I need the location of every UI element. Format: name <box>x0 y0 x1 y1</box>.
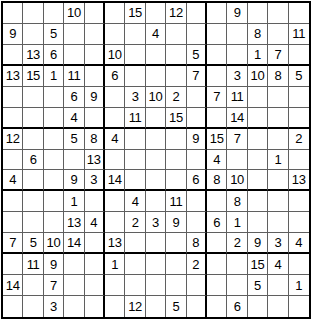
cell-r6c1[interactable] <box>3 108 23 129</box>
cell-r15c9[interactable]: 5 <box>166 296 186 317</box>
cell-r5c2[interactable] <box>23 87 43 108</box>
cell-r9c12[interactable]: 10 <box>227 170 247 191</box>
cell-r5c10[interactable] <box>187 87 207 108</box>
cell-r13c6[interactable]: 1 <box>105 254 125 275</box>
cell-r9c7[interactable] <box>125 170 145 191</box>
cell-r5c11[interactable]: 7 <box>207 87 227 108</box>
cell-r10c13[interactable] <box>248 191 268 212</box>
cell-r3c10[interactable]: 5 <box>187 45 207 66</box>
cell-r11c8[interactable]: 3 <box>146 212 166 233</box>
cell-r8c8[interactable] <box>146 150 166 171</box>
cell-r9c13[interactable] <box>248 170 268 191</box>
cell-r9c4[interactable]: 9 <box>64 170 84 191</box>
cell-r7c7[interactable] <box>125 129 145 150</box>
cell-r1c8[interactable] <box>146 3 166 24</box>
cell-r12c7[interactable] <box>125 233 145 254</box>
cell-r2c9[interactable] <box>166 24 186 45</box>
cell-r5c5[interactable]: 9 <box>85 87 105 108</box>
cell-r10c1[interactable] <box>3 191 23 212</box>
cell-r3c5[interactable] <box>85 45 105 66</box>
cell-r2c1[interactable]: 9 <box>3 24 23 45</box>
cell-r12c4[interactable]: 14 <box>64 233 84 254</box>
cell-r5c14[interactable] <box>268 87 288 108</box>
cell-r8c6[interactable] <box>105 150 125 171</box>
cell-r14c5[interactable] <box>85 275 105 296</box>
cell-r4c10[interactable]: 7 <box>187 66 207 87</box>
cell-r4c2[interactable]: 15 <box>23 66 43 87</box>
cell-r6c4[interactable]: 4 <box>64 108 84 129</box>
cell-r13c11[interactable] <box>207 254 227 275</box>
cell-r9c15[interactable]: 13 <box>289 170 309 191</box>
cell-r1c2[interactable] <box>23 3 43 24</box>
cell-r1c12[interactable]: 9 <box>227 3 247 24</box>
cell-r5c13[interactable] <box>248 87 268 108</box>
cell-r8c3[interactable] <box>44 150 64 171</box>
cell-r15c13[interactable] <box>248 296 268 317</box>
cell-r12c11[interactable] <box>207 233 227 254</box>
cell-r1c4[interactable]: 10 <box>64 3 84 24</box>
cell-r3c11[interactable] <box>207 45 227 66</box>
cell-r6c5[interactable] <box>85 108 105 129</box>
cell-r15c12[interactable]: 6 <box>227 296 247 317</box>
cell-r2c5[interactable] <box>85 24 105 45</box>
cell-r7c3[interactable] <box>44 129 64 150</box>
cell-r9c2[interactable] <box>23 170 43 191</box>
cell-r2c6[interactable] <box>105 24 125 45</box>
cell-r14c8[interactable] <box>146 275 166 296</box>
cell-r7c15[interactable]: 2 <box>289 129 309 150</box>
cell-r15c4[interactable] <box>64 296 84 317</box>
cell-r14c9[interactable] <box>166 275 186 296</box>
cell-r9c3[interactable] <box>44 170 64 191</box>
cell-r4c15[interactable]: 5 <box>289 66 309 87</box>
cell-r7c11[interactable]: 15 <box>207 129 227 150</box>
cell-r2c7[interactable] <box>125 24 145 45</box>
cell-r5c1[interactable] <box>3 87 23 108</box>
cell-r15c15[interactable] <box>289 296 309 317</box>
cell-r15c10[interactable] <box>187 296 207 317</box>
cell-r6c15[interactable] <box>289 108 309 129</box>
cell-r13c15[interactable] <box>289 254 309 275</box>
cell-r7c4[interactable]: 5 <box>64 129 84 150</box>
cell-r1c11[interactable] <box>207 3 227 24</box>
cell-r2c15[interactable]: 11 <box>289 24 309 45</box>
cell-r9c10[interactable]: 6 <box>187 170 207 191</box>
cell-r4c7[interactable] <box>125 66 145 87</box>
cell-r5c8[interactable]: 10 <box>146 87 166 108</box>
cell-r1c7[interactable]: 15 <box>125 3 145 24</box>
cell-r13c9[interactable] <box>166 254 186 275</box>
cell-r3c7[interactable] <box>125 45 145 66</box>
cell-r4c14[interactable]: 8 <box>268 66 288 87</box>
cell-r10c15[interactable] <box>289 191 309 212</box>
cell-r6c14[interactable] <box>268 108 288 129</box>
cell-r1c1[interactable] <box>3 3 23 24</box>
cell-r13c12[interactable] <box>227 254 247 275</box>
cell-r14c15[interactable]: 1 <box>289 275 309 296</box>
cell-r10c7[interactable]: 4 <box>125 191 145 212</box>
cell-r6c12[interactable]: 14 <box>227 108 247 129</box>
cell-r1c15[interactable] <box>289 3 309 24</box>
cell-r8c10[interactable] <box>187 150 207 171</box>
cell-r6c7[interactable]: 11 <box>125 108 145 129</box>
cell-r11c6[interactable] <box>105 212 125 233</box>
cell-r13c3[interactable]: 9 <box>44 254 64 275</box>
cell-r8c4[interactable] <box>64 150 84 171</box>
cell-r9c1[interactable]: 4 <box>3 170 23 191</box>
cell-r12c13[interactable]: 9 <box>248 233 268 254</box>
cell-r12c5[interactable] <box>85 233 105 254</box>
cell-r3c2[interactable]: 13 <box>23 45 43 66</box>
cell-r11c4[interactable]: 13 <box>64 212 84 233</box>
cell-r3c3[interactable]: 6 <box>44 45 64 66</box>
cell-r8c5[interactable]: 13 <box>85 150 105 171</box>
cell-r2c12[interactable] <box>227 24 247 45</box>
cell-r6c11[interactable] <box>207 108 227 129</box>
cell-r10c10[interactable] <box>187 191 207 212</box>
cell-r6c13[interactable] <box>248 108 268 129</box>
cell-r2c2[interactable] <box>23 24 43 45</box>
cell-r10c14[interactable] <box>268 191 288 212</box>
cell-r13c1[interactable] <box>3 254 23 275</box>
cell-r12c14[interactable]: 3 <box>268 233 288 254</box>
cell-r11c2[interactable] <box>23 212 43 233</box>
cell-r15c2[interactable] <box>23 296 43 317</box>
cell-r11c1[interactable] <box>3 212 23 233</box>
cell-r10c11[interactable] <box>207 191 227 212</box>
cell-r7c9[interactable] <box>166 129 186 150</box>
cell-r4c3[interactable]: 1 <box>44 66 64 87</box>
cell-r9c6[interactable]: 14 <box>105 170 125 191</box>
cell-r2c11[interactable] <box>207 24 227 45</box>
cell-r1c10[interactable] <box>187 3 207 24</box>
cell-r11c9[interactable]: 9 <box>166 212 186 233</box>
cell-r5c12[interactable]: 11 <box>227 87 247 108</box>
cell-r9c11[interactable]: 8 <box>207 170 227 191</box>
cell-r10c4[interactable]: 1 <box>64 191 84 212</box>
cell-r5c15[interactable] <box>289 87 309 108</box>
cell-r8c7[interactable] <box>125 150 145 171</box>
cell-r12c3[interactable]: 10 <box>44 233 64 254</box>
cell-r14c1[interactable]: 14 <box>3 275 23 296</box>
cell-r1c6[interactable] <box>105 3 125 24</box>
cell-r4c13[interactable]: 10 <box>248 66 268 87</box>
cell-r14c10[interactable] <box>187 275 207 296</box>
cell-r2c4[interactable] <box>64 24 84 45</box>
cell-r14c11[interactable] <box>207 275 227 296</box>
cell-r15c11[interactable] <box>207 296 227 317</box>
cell-r8c15[interactable] <box>289 150 309 171</box>
cell-r5c3[interactable] <box>44 87 64 108</box>
cell-r12c10[interactable]: 8 <box>187 233 207 254</box>
cell-r11c15[interactable] <box>289 212 309 233</box>
cell-r7c12[interactable]: 7 <box>227 129 247 150</box>
cell-r3c15[interactable] <box>289 45 309 66</box>
cell-r8c12[interactable] <box>227 150 247 171</box>
cell-r12c15[interactable]: 4 <box>289 233 309 254</box>
cell-r14c14[interactable] <box>268 275 288 296</box>
cell-r4c8[interactable] <box>146 66 166 87</box>
cell-r14c13[interactable]: 5 <box>248 275 268 296</box>
cell-r8c11[interactable]: 4 <box>207 150 227 171</box>
cell-r10c3[interactable] <box>44 191 64 212</box>
cell-r8c13[interactable] <box>248 150 268 171</box>
cell-r4c1[interactable]: 13 <box>3 66 23 87</box>
cell-r4c9[interactable] <box>166 66 186 87</box>
cell-r10c8[interactable] <box>146 191 166 212</box>
cell-r6c3[interactable] <box>44 108 64 129</box>
cell-r7c6[interactable]: 4 <box>105 129 125 150</box>
sudoku-board: 1015129954811136105171315111673108569310… <box>1 1 311 319</box>
cell-r1c13[interactable] <box>248 3 268 24</box>
cell-r12c9[interactable] <box>166 233 186 254</box>
cell-r12c6[interactable]: 13 <box>105 233 125 254</box>
cell-r11c13[interactable] <box>248 212 268 233</box>
cell-r6c6[interactable] <box>105 108 125 129</box>
cell-r2c3[interactable]: 5 <box>44 24 64 45</box>
cell-r10c2[interactable] <box>23 191 43 212</box>
cell-r5c4[interactable]: 6 <box>64 87 84 108</box>
cell-r9c8[interactable] <box>146 170 166 191</box>
cell-r3c8[interactable] <box>146 45 166 66</box>
cell-r1c3[interactable] <box>44 3 64 24</box>
cell-r5c6[interactable] <box>105 87 125 108</box>
cell-r15c1[interactable] <box>3 296 23 317</box>
cell-r13c7[interactable] <box>125 254 145 275</box>
cell-r11c7[interactable]: 2 <box>125 212 145 233</box>
cell-r7c2[interactable] <box>23 129 43 150</box>
cell-r11c3[interactable] <box>44 212 64 233</box>
cell-r12c8[interactable] <box>146 233 166 254</box>
cell-r11c5[interactable]: 4 <box>85 212 105 233</box>
cell-r11c14[interactable] <box>268 212 288 233</box>
cell-r12c12[interactable]: 2 <box>227 233 247 254</box>
cell-r10c12[interactable]: 8 <box>227 191 247 212</box>
cell-r8c14[interactable]: 1 <box>268 150 288 171</box>
cell-r15c14[interactable] <box>268 296 288 317</box>
cell-r7c13[interactable] <box>248 129 268 150</box>
cell-r11c12[interactable]: 1 <box>227 212 247 233</box>
cell-r8c1[interactable] <box>3 150 23 171</box>
cell-r2c14[interactable] <box>268 24 288 45</box>
cell-r14c6[interactable] <box>105 275 125 296</box>
cell-r6c10[interactable] <box>187 108 207 129</box>
cell-r15c3[interactable]: 3 <box>44 296 64 317</box>
cell-r13c13[interactable]: 15 <box>248 254 268 275</box>
cell-r1c9[interactable]: 12 <box>166 3 186 24</box>
cell-r12c1[interactable]: 7 <box>3 233 23 254</box>
cell-r9c14[interactable] <box>268 170 288 191</box>
cell-r11c11[interactable]: 6 <box>207 212 227 233</box>
cell-r14c12[interactable] <box>227 275 247 296</box>
cell-r11c10[interactable] <box>187 212 207 233</box>
cell-r1c14[interactable] <box>268 3 288 24</box>
cell-r14c7[interactable] <box>125 275 145 296</box>
cell-r9c9[interactable] <box>166 170 186 191</box>
cell-r13c10[interactable]: 2 <box>187 254 207 275</box>
cell-r6c9[interactable]: 15 <box>166 108 186 129</box>
cell-r7c8[interactable] <box>146 129 166 150</box>
cell-r10c5[interactable] <box>85 191 105 212</box>
cell-r14c4[interactable] <box>64 275 84 296</box>
cell-r5c9[interactable]: 2 <box>166 87 186 108</box>
cell-r15c5[interactable] <box>85 296 105 317</box>
cell-r9c5[interactable]: 3 <box>85 170 105 191</box>
cell-r3c6[interactable]: 10 <box>105 45 125 66</box>
cell-r3c14[interactable]: 7 <box>268 45 288 66</box>
cell-r8c9[interactable] <box>166 150 186 171</box>
cell-r3c1[interactable] <box>3 45 23 66</box>
cell-r15c6[interactable] <box>105 296 125 317</box>
cell-r1c5[interactable] <box>85 3 105 24</box>
cell-r5c7[interactable]: 3 <box>125 87 145 108</box>
cell-r10c9[interactable]: 11 <box>166 191 186 212</box>
cell-r13c2[interactable]: 11 <box>23 254 43 275</box>
cell-r15c7[interactable]: 12 <box>125 296 145 317</box>
cell-r4c11[interactable] <box>207 66 227 87</box>
cell-r2c13[interactable]: 8 <box>248 24 268 45</box>
cell-r8c2[interactable]: 6 <box>23 150 43 171</box>
cell-r3c4[interactable] <box>64 45 84 66</box>
cell-r4c5[interactable] <box>85 66 105 87</box>
cell-r15c8[interactable] <box>146 296 166 317</box>
cell-r12c2[interactable]: 5 <box>23 233 43 254</box>
cell-r7c5[interactable]: 8 <box>85 129 105 150</box>
cell-r2c10[interactable] <box>187 24 207 45</box>
cell-r6c8[interactable] <box>146 108 166 129</box>
cell-r10c6[interactable] <box>105 191 125 212</box>
cell-r2c8[interactable]: 4 <box>146 24 166 45</box>
cell-r4c6[interactable]: 6 <box>105 66 125 87</box>
cell-r13c14[interactable]: 4 <box>268 254 288 275</box>
cell-r7c10[interactable]: 9 <box>187 129 207 150</box>
cell-r3c12[interactable] <box>227 45 247 66</box>
cell-r13c4[interactable] <box>64 254 84 275</box>
cell-r3c9[interactable] <box>166 45 186 66</box>
cell-r14c3[interactable]: 7 <box>44 275 64 296</box>
cell-r14c2[interactable] <box>23 275 43 296</box>
cell-r13c5[interactable] <box>85 254 105 275</box>
cell-r13c8[interactable] <box>146 254 166 275</box>
cell-r4c12[interactable]: 3 <box>227 66 247 87</box>
cell-r3c13[interactable]: 1 <box>248 45 268 66</box>
cell-r7c14[interactable] <box>268 129 288 150</box>
cell-r6c2[interactable] <box>23 108 43 129</box>
cell-r4c4[interactable]: 11 <box>64 66 84 87</box>
cell-r7c1[interactable]: 12 <box>3 129 23 150</box>
